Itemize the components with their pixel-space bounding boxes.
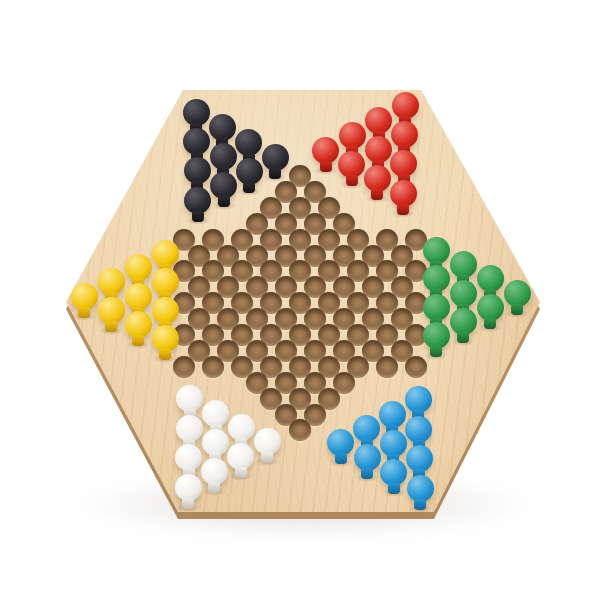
peg-black-9[interactable] xyxy=(210,172,237,199)
peg-yellow-8[interactable] xyxy=(152,268,179,295)
peg-red-9[interactable] xyxy=(338,151,365,178)
peg-white-5[interactable] xyxy=(202,429,229,456)
peg-green-8[interactable] xyxy=(423,294,450,321)
peg-black-5[interactable] xyxy=(210,143,237,170)
peg-green-4[interactable] xyxy=(450,308,477,335)
peg-red-8[interactable] xyxy=(364,165,391,192)
peg-blue-4[interactable] xyxy=(354,444,381,471)
peg-blue-2[interactable] xyxy=(380,459,407,486)
peg-blue-8[interactable] xyxy=(353,415,380,442)
peg-yellow-3[interactable] xyxy=(98,297,125,324)
peg-red-1[interactable] xyxy=(392,92,419,119)
peg-green-2[interactable] xyxy=(477,294,504,321)
peg-green-5[interactable] xyxy=(450,280,477,307)
peg-white-1[interactable] xyxy=(175,474,202,501)
peg-red-3[interactable] xyxy=(365,107,392,134)
peg-black-2[interactable] xyxy=(209,114,236,141)
peg-blue-3[interactable] xyxy=(406,445,433,472)
peg-white-8[interactable] xyxy=(202,400,229,427)
peg-blue-1[interactable] xyxy=(407,475,434,502)
peg-black-1[interactable] xyxy=(183,99,210,126)
peg-yellow-9[interactable] xyxy=(152,297,179,324)
peg-yellow-1[interactable] xyxy=(71,283,98,310)
peg-yellow-5[interactable] xyxy=(125,283,152,310)
peg-yellow-4[interactable] xyxy=(125,254,152,281)
peg-black-7[interactable] xyxy=(262,144,289,171)
peg-white-9[interactable] xyxy=(228,414,255,441)
peg-white-6[interactable] xyxy=(227,443,254,470)
peg-blue-6[interactable] xyxy=(405,416,432,443)
peg-red-5[interactable] xyxy=(365,136,392,163)
product-photo xyxy=(0,0,600,600)
pegs-layer xyxy=(0,0,600,600)
peg-green-10[interactable] xyxy=(423,237,450,264)
peg-white-4[interactable] xyxy=(176,415,203,442)
peg-red-10[interactable] xyxy=(312,137,339,164)
peg-black-10[interactable] xyxy=(184,187,211,214)
peg-green-1[interactable] xyxy=(504,280,531,307)
peg-red-6[interactable] xyxy=(339,122,366,149)
peg-green-3[interactable] xyxy=(477,265,504,292)
peg-blue-9[interactable] xyxy=(379,401,406,428)
peg-yellow-2[interactable] xyxy=(98,268,125,295)
peg-black-6[interactable] xyxy=(184,157,211,184)
peg-white-3[interactable] xyxy=(201,458,228,485)
peg-green-9[interactable] xyxy=(423,265,450,292)
peg-yellow-10[interactable] xyxy=(152,325,179,352)
peg-green-6[interactable] xyxy=(450,251,477,278)
peg-red-7[interactable] xyxy=(390,180,417,207)
peg-green-7[interactable] xyxy=(423,322,450,349)
peg-yellow-6[interactable] xyxy=(125,311,152,338)
peg-black-3[interactable] xyxy=(183,128,210,155)
peg-white-2[interactable] xyxy=(175,444,202,471)
peg-white-7[interactable] xyxy=(176,385,203,412)
peg-black-4[interactable] xyxy=(235,129,262,156)
peg-blue-7[interactable] xyxy=(327,429,354,456)
peg-black-8[interactable] xyxy=(236,158,263,185)
peg-white-10[interactable] xyxy=(254,428,281,455)
peg-yellow-7[interactable] xyxy=(152,240,179,267)
peg-red-4[interactable] xyxy=(390,150,417,177)
peg-blue-5[interactable] xyxy=(380,430,407,457)
peg-blue-10[interactable] xyxy=(405,386,432,413)
peg-red-2[interactable] xyxy=(391,121,418,148)
